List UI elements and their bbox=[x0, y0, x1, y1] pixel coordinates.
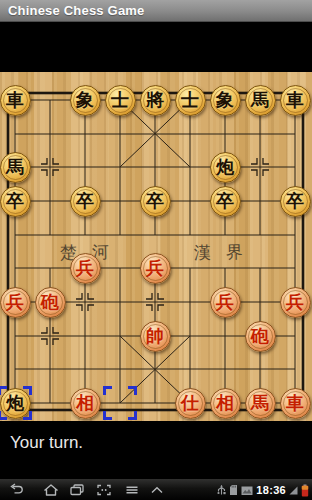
piece-black-elephant[interactable]: 象 bbox=[210, 85, 241, 116]
capture-icon[interactable] bbox=[96, 483, 112, 497]
system-navbar: 18:36 bbox=[0, 478, 312, 500]
piece-red-general[interactable]: 帥 bbox=[140, 321, 171, 352]
app-title: Chinese Chess Game bbox=[8, 3, 145, 18]
piece-red-chariot[interactable]: 車 bbox=[280, 388, 311, 419]
piece-glyph: 相 bbox=[76, 394, 94, 412]
piece-black-chariot[interactable]: 車 bbox=[280, 85, 311, 116]
piece-black-soldier[interactable]: 卒 bbox=[0, 186, 31, 217]
piece-glyph: 將 bbox=[146, 91, 164, 109]
piece-black-advisor[interactable]: 士 bbox=[105, 85, 136, 116]
signal-icon bbox=[289, 486, 298, 495]
piece-glyph: 車 bbox=[286, 91, 304, 109]
piece-black-soldier[interactable]: 卒 bbox=[140, 186, 171, 217]
battery-icon bbox=[301, 484, 309, 497]
move-highlight-from bbox=[103, 386, 137, 420]
piece-red-soldier[interactable]: 兵 bbox=[140, 253, 171, 284]
piece-black-soldier[interactable]: 卒 bbox=[280, 186, 311, 217]
piece-glyph: 兵 bbox=[146, 259, 164, 277]
piece-red-soldier[interactable]: 兵 bbox=[0, 287, 31, 318]
piece-glyph: 兵 bbox=[6, 293, 24, 311]
piece-glyph: 士 bbox=[111, 91, 129, 109]
piece-glyph: 卒 bbox=[6, 192, 24, 210]
piece-glyph: 馬 bbox=[6, 158, 24, 176]
piece-glyph: 卒 bbox=[216, 192, 234, 210]
piece-glyph: 兵 bbox=[76, 259, 94, 277]
piece-glyph: 卒 bbox=[76, 192, 94, 210]
piece-glyph: 相 bbox=[216, 394, 234, 412]
piece-glyph: 兵 bbox=[286, 293, 304, 311]
piece-black-cannon[interactable]: 炮 bbox=[210, 152, 241, 183]
piece-glyph: 馬 bbox=[251, 394, 269, 412]
piece-black-chariot[interactable]: 車 bbox=[0, 85, 31, 116]
piece-glyph: 炮 bbox=[216, 158, 234, 176]
piece-black-soldier[interactable]: 卒 bbox=[210, 186, 241, 217]
status-clock: 18:36 bbox=[256, 484, 286, 496]
piece-black-advisor[interactable]: 士 bbox=[175, 85, 206, 116]
menu-icon[interactable] bbox=[124, 483, 140, 497]
piece-red-soldier[interactable]: 兵 bbox=[70, 253, 101, 284]
piece-red-elephant[interactable]: 相 bbox=[210, 388, 241, 419]
turn-message: Your turn. bbox=[10, 433, 83, 453]
piece-glyph: 砲 bbox=[251, 327, 269, 345]
piece-red-advisor[interactable]: 仕 bbox=[175, 388, 206, 419]
piece-red-cannon[interactable]: 砲 bbox=[35, 287, 66, 318]
piece-glyph: 象 bbox=[216, 91, 234, 109]
back-icon[interactable] bbox=[8, 483, 24, 497]
board-grid bbox=[0, 72, 312, 421]
gallery-icon bbox=[241, 485, 253, 496]
piece-red-soldier[interactable]: 兵 bbox=[210, 287, 241, 318]
usb-icon bbox=[217, 484, 226, 497]
piece-glyph: 車 bbox=[6, 91, 24, 109]
piece-glyph: 仕 bbox=[181, 394, 199, 412]
piece-black-soldier[interactable]: 卒 bbox=[70, 186, 101, 217]
chevron-up-icon[interactable] bbox=[149, 483, 165, 497]
piece-glyph: 兵 bbox=[216, 293, 234, 311]
piece-red-cannon[interactable]: 砲 bbox=[245, 321, 276, 352]
piece-black-horse[interactable]: 馬 bbox=[0, 152, 31, 183]
piece-black-horse[interactable]: 馬 bbox=[245, 85, 276, 116]
piece-red-soldier[interactable]: 兵 bbox=[280, 287, 311, 318]
recents-icon[interactable] bbox=[69, 483, 85, 497]
piece-glyph: 卒 bbox=[146, 192, 164, 210]
piece-glyph: 帥 bbox=[146, 327, 164, 345]
piece-red-elephant[interactable]: 相 bbox=[70, 388, 101, 419]
piece-glyph: 砲 bbox=[41, 293, 59, 311]
piece-black-general[interactable]: 將 bbox=[140, 85, 171, 116]
sd-card-icon bbox=[229, 484, 238, 496]
river-label-right: 漢界 bbox=[194, 240, 258, 264]
piece-red-horse[interactable]: 馬 bbox=[245, 388, 276, 419]
piece-glyph: 士 bbox=[181, 91, 199, 109]
app-titlebar: Chinese Chess Game bbox=[0, 0, 312, 22]
xiangqi-board[interactable]: 楚河 漢界 車象士將士象馬車馬炮卒卒卒卒卒兵兵兵砲兵兵帥砲炮相仕相馬車 bbox=[0, 72, 312, 421]
app-screen: Chinese Chess Game 楚河 漢界 車象士將士象馬車馬炮卒卒卒卒卒… bbox=[0, 0, 312, 500]
piece-glyph: 象 bbox=[76, 91, 94, 109]
home-icon[interactable] bbox=[43, 483, 59, 497]
piece-glyph: 車 bbox=[286, 394, 304, 412]
move-highlight-to bbox=[0, 386, 32, 420]
piece-black-elephant[interactable]: 象 bbox=[70, 85, 101, 116]
piece-glyph: 馬 bbox=[251, 91, 269, 109]
piece-glyph: 卒 bbox=[286, 192, 304, 210]
